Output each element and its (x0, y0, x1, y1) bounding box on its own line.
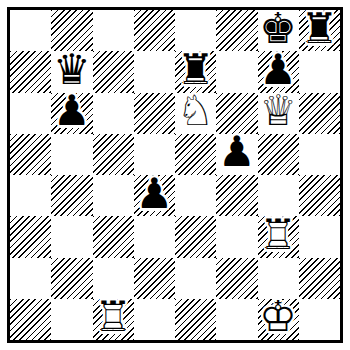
square-b2[interactable] (51, 258, 92, 299)
black-rook-icon: ♜ (175, 49, 216, 90)
square-a5[interactable] (10, 134, 51, 175)
piece-white-rook[interactable]: ♜♖ (93, 299, 134, 340)
piece-white-queen[interactable]: ♛♕ (258, 93, 299, 134)
square-b1[interactable] (51, 299, 92, 340)
piece-white-king[interactable]: ♚♔ (258, 299, 299, 340)
square-b5[interactable] (51, 134, 92, 175)
square-f3[interactable] (216, 216, 257, 257)
chess-diagram: ♚♚♜♜♛♛♜♜♟♟♟♟♞♘♛♕♟♟♟♟♜♖♜♖♚♔ (0, 0, 350, 350)
square-h3[interactable] (299, 216, 340, 257)
square-f2[interactable] (216, 258, 257, 299)
piece-black-pawn[interactable]: ♟♟ (51, 93, 92, 134)
white-king-icon: ♔ (258, 297, 299, 338)
square-a2[interactable] (10, 258, 51, 299)
square-c6[interactable] (93, 93, 134, 134)
black-pawn-icon: ♟ (258, 49, 299, 90)
square-h1[interactable] (299, 299, 340, 340)
black-rook-icon: ♜ (299, 8, 340, 49)
square-h4[interactable] (299, 175, 340, 216)
square-b4[interactable] (51, 175, 92, 216)
square-e4[interactable] (175, 175, 216, 216)
square-c1[interactable]: ♜♖ (93, 299, 134, 340)
square-d2[interactable] (134, 258, 175, 299)
square-e2[interactable] (175, 258, 216, 299)
square-a7[interactable] (10, 51, 51, 92)
white-rook-icon: ♖ (93, 297, 134, 338)
white-knight-icon: ♘ (175, 91, 216, 132)
square-c8[interactable] (93, 10, 134, 51)
chess-board[interactable]: ♚♚♜♜♛♛♜♜♟♟♟♟♞♘♛♕♟♟♟♟♜♖♜♖♚♔ (10, 10, 340, 340)
square-d8[interactable] (134, 10, 175, 51)
square-f5[interactable]: ♟♟ (216, 134, 257, 175)
white-rook-icon: ♖ (258, 214, 299, 255)
square-c3[interactable] (93, 216, 134, 257)
square-f7[interactable] (216, 51, 257, 92)
piece-white-rook[interactable]: ♜♖ (258, 216, 299, 257)
square-c7[interactable] (93, 51, 134, 92)
square-f4[interactable] (216, 175, 257, 216)
square-f8[interactable] (216, 10, 257, 51)
square-g6[interactable]: ♛♕ (258, 93, 299, 134)
square-h7[interactable] (299, 51, 340, 92)
square-f1[interactable] (216, 299, 257, 340)
black-pawn-icon: ♟ (216, 132, 257, 173)
square-h5[interactable] (299, 134, 340, 175)
black-queen-icon: ♛ (51, 49, 92, 90)
square-e1[interactable] (175, 299, 216, 340)
square-e5[interactable] (175, 134, 216, 175)
square-a4[interactable] (10, 175, 51, 216)
piece-white-knight[interactable]: ♞♘ (175, 93, 216, 134)
square-a1[interactable] (10, 299, 51, 340)
square-d1[interactable] (134, 299, 175, 340)
square-e3[interactable] (175, 216, 216, 257)
square-a3[interactable] (10, 216, 51, 257)
square-d4[interactable]: ♟♟ (134, 175, 175, 216)
piece-black-rook[interactable]: ♜♜ (299, 10, 340, 51)
square-a6[interactable] (10, 93, 51, 134)
square-h8[interactable]: ♜♜ (299, 10, 340, 51)
square-e6[interactable]: ♞♘ (175, 93, 216, 134)
white-queen-icon: ♕ (258, 91, 299, 132)
square-g3[interactable]: ♜♖ (258, 216, 299, 257)
black-king-icon: ♚ (258, 8, 299, 49)
black-pawn-icon: ♟ (134, 173, 175, 214)
square-h2[interactable] (299, 258, 340, 299)
square-b3[interactable] (51, 216, 92, 257)
square-h6[interactable] (299, 93, 340, 134)
square-g1[interactable]: ♚♔ (258, 299, 299, 340)
piece-black-pawn[interactable]: ♟♟ (216, 134, 257, 175)
board-frame: ♚♚♜♜♛♛♜♜♟♟♟♟♞♘♛♕♟♟♟♟♜♖♜♖♚♔ (7, 7, 343, 343)
square-b6[interactable]: ♟♟ (51, 93, 92, 134)
square-d7[interactable] (134, 51, 175, 92)
square-c4[interactable] (93, 175, 134, 216)
square-d6[interactable] (134, 93, 175, 134)
square-c5[interactable] (93, 134, 134, 175)
square-a8[interactable] (10, 10, 51, 51)
square-d3[interactable] (134, 216, 175, 257)
square-g5[interactable] (258, 134, 299, 175)
piece-black-pawn[interactable]: ♟♟ (134, 175, 175, 216)
black-pawn-icon: ♟ (51, 91, 92, 132)
